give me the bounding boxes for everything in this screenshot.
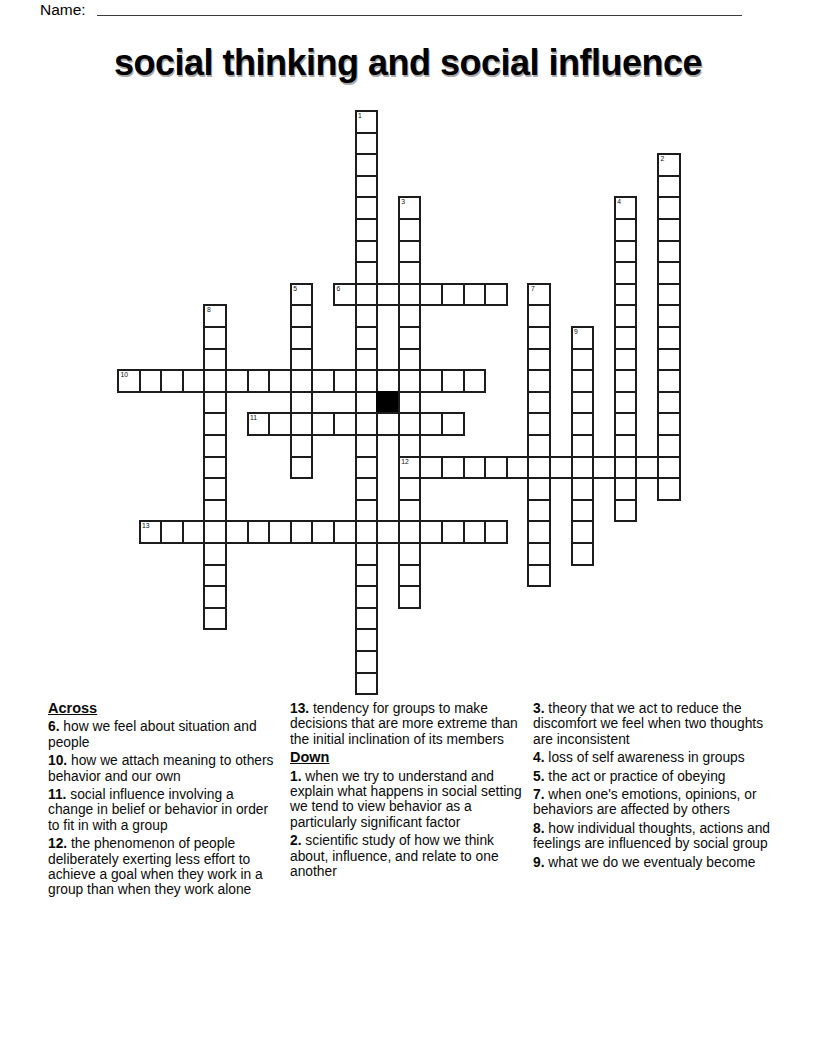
grid-cell[interactable] [571, 499, 595, 523]
name-label: Name: [40, 1, 86, 19]
grid-cell[interactable] [203, 585, 227, 609]
grid-cell[interactable] [355, 585, 379, 609]
grid-cell[interactable]: 6 [333, 283, 357, 307]
grid-cell[interactable] [139, 369, 163, 393]
grid-cell[interactable] [527, 434, 551, 458]
clue-number-label: 8. [533, 821, 548, 836]
grid-cell[interactable] [441, 369, 465, 393]
across-heading: Across [48, 701, 280, 716]
grid-cell[interactable] [355, 477, 379, 501]
grid-cell[interactable] [571, 456, 595, 480]
grid-cell[interactable] [268, 520, 292, 544]
grid-cell[interactable] [311, 520, 335, 544]
grid-cell[interactable] [527, 348, 551, 372]
grid-cell[interactable] [376, 283, 400, 307]
grid-cell[interactable] [203, 456, 227, 480]
black-cell [376, 391, 400, 415]
grid-cell[interactable] [398, 369, 422, 393]
grid-cell[interactable] [355, 326, 379, 350]
grid-cell[interactable] [463, 456, 487, 480]
grid-cell[interactable] [398, 477, 422, 501]
grid-cell[interactable] [657, 261, 681, 285]
clue-number: 2 [661, 155, 665, 163]
grid-cell[interactable] [290, 520, 314, 544]
grid-cell[interactable] [614, 434, 638, 458]
clue-number-label: 12. [48, 836, 71, 851]
grid-cell[interactable]: 12 [398, 456, 422, 480]
grid-cell[interactable] [355, 240, 379, 264]
grid-cell[interactable]: 2 [657, 153, 681, 177]
grid-cell[interactable] [657, 326, 681, 350]
clues-column-across: Across6. how we feel about situation and… [48, 701, 280, 901]
grid-cell[interactable] [398, 434, 422, 458]
clue-number-label: 6. [48, 719, 63, 734]
clue-down-8: 8. how individual thoughts, actions and … [533, 821, 783, 852]
grid-cell[interactable] [527, 542, 551, 566]
grid-cell[interactable] [657, 218, 681, 242]
grid-cell[interactable] [527, 369, 551, 393]
grid-cell[interactable] [355, 564, 379, 588]
grid-cell[interactable] [398, 499, 422, 523]
grid-cell[interactable] [657, 283, 681, 307]
grid-cell[interactable] [398, 283, 422, 307]
grid-cell[interactable] [203, 607, 227, 631]
grid-cell[interactable] [419, 369, 443, 393]
grid-cell[interactable] [527, 477, 551, 501]
clue-number-label: 5. [533, 769, 548, 784]
grid-cell[interactable]: 8 [203, 304, 227, 328]
grid-cell[interactable] [376, 369, 400, 393]
clue-down-4: 4. loss of self awareness in groups [533, 750, 783, 765]
grid-cell[interactable] [635, 456, 659, 480]
grid-cell[interactable]: 10 [117, 369, 141, 393]
clue-down-1: 1. when we try to understand and explain… [290, 769, 528, 831]
grid-cell[interactable] [419, 283, 443, 307]
grid-cell[interactable] [355, 672, 379, 696]
grid-cell[interactable] [614, 261, 638, 285]
clue-number: 6 [337, 285, 341, 293]
grid-cell[interactable] [571, 477, 595, 501]
crossword-worksheet-page: Name: social thinking and social influen… [0, 0, 816, 1056]
grid-cell[interactable] [225, 369, 249, 393]
grid-cell[interactable] [203, 542, 227, 566]
clue-number: 3 [401, 198, 405, 206]
grid-cell[interactable] [247, 520, 271, 544]
grid-cell[interactable] [333, 369, 357, 393]
grid-cell[interactable]: 13 [139, 520, 163, 544]
grid-cell[interactable] [571, 369, 595, 393]
clue-number: 11 [250, 414, 257, 422]
grid-cell[interactable] [527, 564, 551, 588]
grid-cell[interactable] [333, 412, 357, 436]
grid-cell[interactable] [355, 456, 379, 480]
grid-cell[interactable] [333, 520, 357, 544]
grid-cell[interactable] [355, 369, 379, 393]
grid-cell[interactable] [614, 348, 638, 372]
grid-cell[interactable] [203, 412, 227, 436]
grid-cell[interactable]: 5 [290, 283, 314, 307]
grid-cell[interactable] [355, 434, 379, 458]
grid-cell[interactable] [398, 520, 422, 544]
clue-number-label: 3. [533, 701, 548, 716]
grid-cell[interactable] [355, 196, 379, 220]
clue-number: 12 [401, 458, 409, 466]
grid-cell[interactable] [614, 412, 638, 436]
clue-down-9: 9. what we do we eventualy become [533, 855, 783, 870]
clue-number: 5 [293, 285, 297, 293]
grid-cell[interactable] [527, 499, 551, 523]
grid-cell[interactable] [355, 132, 379, 156]
grid-cell[interactable] [657, 240, 681, 264]
grid-cell[interactable] [441, 520, 465, 544]
grid-cell[interactable] [290, 369, 314, 393]
grid-cell[interactable] [614, 369, 638, 393]
clue-down-5: 5. the act or practice of obeying [533, 769, 783, 784]
grid-cell[interactable] [614, 240, 638, 264]
grid-cell[interactable] [657, 348, 681, 372]
grid-cell[interactable] [290, 391, 314, 415]
grid-cell[interactable] [657, 412, 681, 436]
grid-cell[interactable] [657, 304, 681, 328]
grid-cell[interactable] [398, 412, 422, 436]
clue-across-11: 11. social influence involving a change … [48, 787, 280, 833]
grid-cell[interactable]: 1 [355, 110, 379, 134]
clue-across-10: 10. how we attach meaning to others beha… [48, 753, 280, 784]
clues-column-down: 3. theory that we act to reduce the disc… [533, 701, 783, 873]
grid-cell[interactable] [398, 240, 422, 264]
grid-cell[interactable] [571, 391, 595, 415]
down-heading: Down [290, 750, 528, 765]
grid-cell[interactable] [657, 196, 681, 220]
grid-cell[interactable] [527, 326, 551, 350]
clue-across-6: 6. how we feel about situation and peopl… [48, 719, 280, 750]
grid-cell[interactable] [463, 520, 487, 544]
grid-cell[interactable] [355, 304, 379, 328]
grid-cell[interactable] [527, 304, 551, 328]
clue-number-label: 2. [290, 833, 305, 848]
clue-down-3: 3. theory that we act to reduce the disc… [533, 701, 783, 747]
clue-number: 13 [142, 522, 150, 530]
grid-cell[interactable] [484, 456, 508, 480]
grid-cell[interactable]: 11 [247, 412, 271, 436]
grid-cell[interactable] [160, 369, 184, 393]
grid-cell[interactable]: 7 [527, 283, 551, 307]
clue-number: 1 [358, 112, 362, 120]
grid-cell[interactable] [657, 477, 681, 501]
grid-cell[interactable] [268, 369, 292, 393]
grid-cell[interactable] [376, 412, 400, 436]
clue-number-label: 9. [533, 855, 548, 870]
grid-cell[interactable] [355, 283, 379, 307]
clue-number-label: 1. [290, 769, 305, 784]
grid-cell[interactable] [441, 283, 465, 307]
grid-cell[interactable] [614, 218, 638, 242]
grid-cell[interactable] [419, 456, 443, 480]
grid-cell[interactable]: 4 [614, 196, 638, 220]
grid-cell[interactable] [290, 412, 314, 436]
grid-cell[interactable] [203, 391, 227, 415]
clue-across-13: 13. tendency for groups to make decision… [290, 701, 528, 747]
grid-cell[interactable]: 3 [398, 196, 422, 220]
clue-number: 4 [617, 198, 621, 206]
grid-cell[interactable] [203, 434, 227, 458]
grid-cell[interactable] [203, 348, 227, 372]
grid-cell[interactable] [311, 369, 335, 393]
grid-cell[interactable] [549, 456, 573, 480]
puzzle-title: social thinking and social influence [0, 42, 816, 84]
grid-cell[interactable] [203, 369, 227, 393]
grid-cell[interactable] [614, 304, 638, 328]
grid-cell[interactable] [268, 412, 292, 436]
grid-cell[interactable] [355, 628, 379, 652]
grid-cell[interactable] [527, 456, 551, 480]
grid-cell[interactable] [290, 304, 314, 328]
grid-cell[interactable] [398, 348, 422, 372]
grid-cell[interactable] [290, 456, 314, 480]
grid-cell[interactable] [657, 391, 681, 415]
grid-cell[interactable] [355, 153, 379, 177]
grid-cell[interactable] [614, 391, 638, 415]
grid-cell[interactable] [527, 391, 551, 415]
grid-cell[interactable] [463, 369, 487, 393]
grid-cell[interactable] [484, 520, 508, 544]
grid-cell[interactable] [203, 564, 227, 588]
grid-cell[interactable] [398, 585, 422, 609]
grid-cell[interactable] [571, 434, 595, 458]
grid-cell[interactable] [484, 283, 508, 307]
grid-cell[interactable] [398, 564, 422, 588]
grid-cell[interactable] [614, 456, 638, 480]
grid-cell[interactable] [657, 369, 681, 393]
grid-cell[interactable] [182, 520, 206, 544]
grid-cell[interactable] [571, 412, 595, 436]
crossword-grid: 12345678910111213 [117, 110, 683, 698]
grid-cell[interactable] [355, 520, 379, 544]
grid-cell[interactable] [614, 499, 638, 523]
clue-number-label: 4. [533, 750, 548, 765]
grid-cell[interactable] [355, 542, 379, 566]
grid-cell[interactable] [225, 520, 249, 544]
grid-cell[interactable] [657, 456, 681, 480]
grid-cell[interactable] [355, 607, 379, 631]
grid-cell[interactable] [463, 283, 487, 307]
clues-column-middle: 13. tendency for groups to make decision… [290, 701, 528, 882]
grid-cell[interactable] [398, 391, 422, 415]
grid-cell[interactable] [182, 369, 206, 393]
clue-number-label: 11. [48, 787, 70, 802]
grid-cell[interactable] [203, 326, 227, 350]
grid-cell[interactable] [247, 369, 271, 393]
grid-cell[interactable] [571, 520, 595, 544]
grid-cell[interactable] [311, 412, 335, 436]
grid-cell[interactable] [398, 542, 422, 566]
grid-cell[interactable] [614, 477, 638, 501]
grid-cell[interactable] [355, 499, 379, 523]
grid-cell[interactable] [398, 218, 422, 242]
grid-cell[interactable] [419, 412, 443, 436]
name-fill-line[interactable] [97, 15, 742, 16]
grid-cell[interactable] [441, 412, 465, 436]
grid-cell[interactable] [376, 520, 400, 544]
clue-number: 7 [531, 285, 535, 293]
grid-cell[interactable] [506, 456, 530, 480]
clue-across-12: 12. the phenomenon of people deliberatel… [48, 836, 280, 898]
grid-cell[interactable] [203, 477, 227, 501]
grid-cell[interactable] [614, 283, 638, 307]
grid-cell[interactable] [527, 520, 551, 544]
clue-number: 8 [207, 306, 211, 314]
grid-cell[interactable] [398, 326, 422, 350]
grid-cell[interactable] [571, 348, 595, 372]
clue-number-label: 13. [290, 701, 313, 716]
grid-cell[interactable] [355, 218, 379, 242]
clue-number: 9 [574, 328, 578, 336]
grid-cell[interactable] [419, 520, 443, 544]
grid-cell[interactable]: 9 [571, 326, 595, 350]
grid-cell[interactable] [355, 348, 379, 372]
grid-cell[interactable] [441, 456, 465, 480]
grid-cell[interactable] [203, 520, 227, 544]
grid-cell[interactable] [571, 542, 595, 566]
grid-cell[interactable] [398, 261, 422, 285]
grid-cell[interactable] [657, 175, 681, 199]
grid-cell[interactable] [290, 348, 314, 372]
grid-cell[interactable] [527, 412, 551, 436]
clue-down-2: 2. scientific study of how we think abou… [290, 833, 528, 879]
clue-number: 10 [121, 371, 129, 379]
grid-cell[interactable] [355, 650, 379, 674]
grid-cell[interactable] [355, 412, 379, 436]
clue-number-label: 7. [533, 787, 548, 802]
grid-cell[interactable] [203, 499, 227, 523]
grid-cell[interactable] [657, 434, 681, 458]
grid-cell[interactable] [160, 520, 184, 544]
grid-cell[interactable] [355, 261, 379, 285]
grid-cell[interactable] [290, 434, 314, 458]
grid-cell[interactable] [398, 304, 422, 328]
clue-number-label: 10. [48, 753, 71, 768]
grid-cell[interactable] [290, 326, 314, 350]
clue-down-7: 7. when one's emotions, opinions, or beh… [533, 787, 783, 818]
grid-cell[interactable] [355, 175, 379, 199]
grid-cell[interactable] [614, 326, 638, 350]
grid-cell[interactable] [592, 456, 616, 480]
grid-cell[interactable] [355, 391, 379, 415]
